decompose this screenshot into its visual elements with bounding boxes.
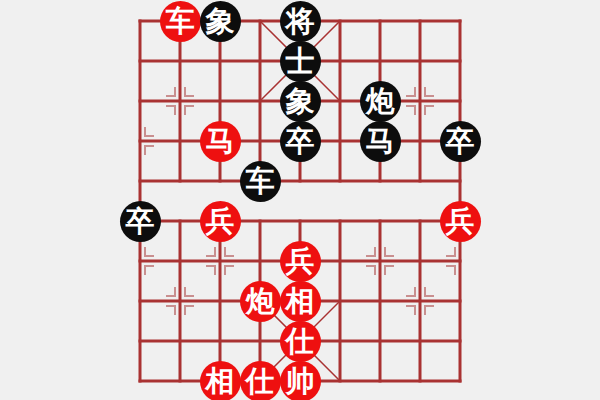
- board-point[interactable]: 卒: [120, 201, 160, 241]
- board-point[interactable]: 士: [280, 41, 320, 81]
- board-point[interactable]: 将: [280, 1, 320, 41]
- board-point[interactable]: 仕: [240, 361, 280, 400]
- piece-black-soldier[interactable]: 卒: [280, 121, 321, 162]
- board-point[interactable]: 炮: [240, 281, 280, 321]
- board-point[interactable]: 相: [200, 361, 240, 400]
- piece-black-cannon[interactable]: 炮: [360, 81, 401, 122]
- piece-red-advisor[interactable]: 仕: [240, 361, 281, 400]
- piece-black-elephant[interactable]: 象: [280, 81, 321, 122]
- piece-black-elephant[interactable]: 象: [200, 1, 241, 42]
- piece-red-horse[interactable]: 马: [200, 121, 241, 162]
- piece-red-soldier[interactable]: 兵: [200, 201, 241, 242]
- board-point[interactable]: 兵: [280, 241, 320, 281]
- piece-red-advisor[interactable]: 仕: [280, 321, 321, 362]
- piece-red-cannon[interactable]: 炮: [240, 281, 281, 322]
- board-point[interactable]: 兵: [440, 201, 480, 241]
- piece-red-elephant[interactable]: 相: [280, 281, 321, 322]
- board-point[interactable]: 兵: [200, 201, 240, 241]
- piece-red-soldier[interactable]: 兵: [280, 241, 321, 282]
- board-point[interactable]: 相: [280, 281, 320, 321]
- piece-red-elephant[interactable]: 相: [200, 361, 241, 400]
- piece-black-horse[interactable]: 马: [360, 121, 401, 162]
- piece-black-general[interactable]: 将: [280, 1, 321, 42]
- piece-black-chariot[interactable]: 车: [240, 161, 281, 202]
- board-point[interactable]: 帅: [280, 361, 320, 400]
- board-point[interactable]: 车: [240, 161, 280, 201]
- piece-red-soldier[interactable]: 兵: [440, 201, 481, 242]
- board-point[interactable]: 马: [360, 121, 400, 161]
- board-point[interactable]: 车: [160, 1, 200, 41]
- piece-black-soldier[interactable]: 卒: [120, 201, 161, 242]
- piece-red-general[interactable]: 帅: [280, 361, 321, 400]
- board-point[interactable]: 卒: [440, 121, 480, 161]
- piece-black-soldier[interactable]: 卒: [440, 121, 481, 162]
- board-point[interactable]: 仕: [280, 321, 320, 361]
- board-point[interactable]: 炮: [360, 81, 400, 121]
- piece-red-chariot[interactable]: 车: [160, 1, 201, 42]
- board-point[interactable]: 卒: [280, 121, 320, 161]
- xiangqi-board: 车象将士象炮马卒马卒车卒兵兵兵炮相仕相仕帅: [0, 0, 600, 400]
- board-intersection-grid[interactable]: 车象将士象炮马卒马卒车卒兵兵兵炮相仕相仕帅: [120, 1, 480, 400]
- board-point[interactable]: 象: [280, 81, 320, 121]
- piece-black-advisor[interactable]: 士: [280, 41, 321, 82]
- board-point[interactable]: 象: [200, 1, 240, 41]
- board-point[interactable]: 马: [200, 121, 240, 161]
